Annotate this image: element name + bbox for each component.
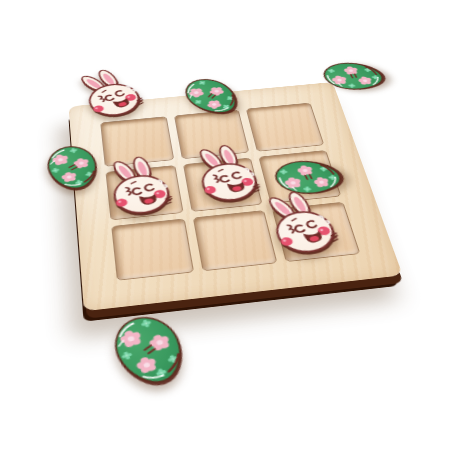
cell-r1c3[interactable] bbox=[247, 103, 323, 150]
cell-r3c1[interactable] bbox=[112, 220, 192, 280]
loose-pieces-area bbox=[0, 32, 387, 67]
table-surface bbox=[0, 32, 460, 400]
cell-r2c1[interactable] bbox=[106, 166, 182, 220]
cell-r2c2[interactable] bbox=[184, 158, 262, 211]
egg-piece[interactable] bbox=[101, 307, 200, 396]
tic-tac-toe-grid bbox=[101, 103, 359, 280]
bunny-piece[interactable] bbox=[186, 141, 269, 205]
egg-piece[interactable] bbox=[321, 59, 386, 94]
game-board bbox=[69, 82, 403, 311]
bunny-piece[interactable] bbox=[100, 153, 181, 219]
easter-tic-tac-toe-photo bbox=[0, 0, 460, 460]
cell-r3c3[interactable] bbox=[274, 203, 359, 261]
